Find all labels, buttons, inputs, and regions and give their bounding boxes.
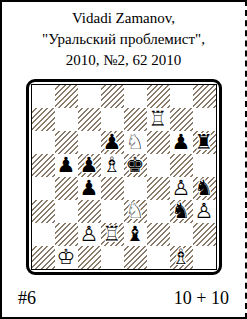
square-d8: [101, 85, 124, 108]
square-f7: ♜♖: [147, 108, 170, 131]
stipulation-label: #6: [18, 288, 36, 309]
black-bishop: ♝: [124, 223, 147, 246]
square-e7: [124, 108, 147, 131]
problem-header: Vidadi Zamanov, "Уральский проблемист", …: [42, 8, 205, 71]
square-e2: ♝: [124, 223, 147, 246]
white-pawn: ♟♙: [170, 177, 193, 200]
board-frame: ♜♖♟♞♘♟♜♟♟♝♗♚♟♟♙♞♞♘♞♟♙♟♙♜♖♝♚♔♝♗: [26, 79, 222, 275]
square-c8: [78, 85, 101, 108]
white-king: ♚♔: [55, 246, 78, 269]
square-g6: ♟: [170, 131, 193, 154]
white-pawn: ♟♙: [193, 200, 216, 223]
square-h7: [193, 108, 216, 131]
square-b1: ♚♔: [55, 246, 78, 269]
black-king: ♚: [124, 154, 147, 177]
square-h3: ♟♙: [193, 200, 216, 223]
square-e4: [124, 177, 147, 200]
author-line: Vidadi Zamanov,: [42, 8, 205, 29]
square-d7: [101, 108, 124, 131]
square-b5: ♟: [55, 154, 78, 177]
white-bishop: ♝♗: [101, 154, 124, 177]
square-h4: ♞: [193, 177, 216, 200]
square-a7: [32, 108, 55, 131]
square-b8: [55, 85, 78, 108]
black-knight: ♞: [193, 177, 216, 200]
square-c3: [78, 200, 101, 223]
square-e6: ♞♘: [124, 131, 147, 154]
square-a4: [32, 177, 55, 200]
problem-card: Vidadi Zamanov, "Уральский проблемист", …: [0, 0, 247, 319]
problem-footer: #6 10 + 10: [2, 288, 245, 317]
white-bishop: ♝♗: [170, 246, 193, 269]
square-a1: [32, 246, 55, 269]
square-g7: [170, 108, 193, 131]
square-b2: [55, 223, 78, 246]
square-d1: [101, 246, 124, 269]
square-c7: [78, 108, 101, 131]
white-rook: ♜♖: [147, 108, 170, 131]
square-f6: [147, 131, 170, 154]
square-d4: [101, 177, 124, 200]
square-g1: ♝♗: [170, 246, 193, 269]
board-inner-border: ♜♖♟♞♘♟♜♟♟♝♗♚♟♟♙♞♞♘♞♟♙♟♙♜♖♝♚♔♝♗: [31, 84, 217, 270]
square-g2: [170, 223, 193, 246]
square-f5: [147, 154, 170, 177]
white-knight: ♞♘: [124, 200, 147, 223]
square-h2: [193, 223, 216, 246]
square-h8: [193, 85, 216, 108]
black-pawn: ♟: [78, 177, 101, 200]
square-h6: ♜: [193, 131, 216, 154]
square-f4: [147, 177, 170, 200]
white-rook: ♜♖: [101, 223, 124, 246]
white-pawn: ♟♙: [78, 223, 101, 246]
square-c5: ♟: [78, 154, 101, 177]
square-a2: [32, 223, 55, 246]
square-c2: ♟♙: [78, 223, 101, 246]
black-pawn: ♟: [101, 131, 124, 154]
square-a6: [32, 131, 55, 154]
square-b3: [55, 200, 78, 223]
square-d2: ♜♖: [101, 223, 124, 246]
square-d3: [101, 200, 124, 223]
source-line: "Уральский проблемист",: [42, 29, 205, 50]
material-count-label: 10 + 10: [174, 288, 229, 309]
square-a8: [32, 85, 55, 108]
square-d6: ♟: [101, 131, 124, 154]
black-pawn: ♟: [170, 131, 193, 154]
square-b6: [55, 131, 78, 154]
square-c4: ♟: [78, 177, 101, 200]
square-h5: [193, 154, 216, 177]
square-e3: ♞♘: [124, 200, 147, 223]
square-g4: ♟♙: [170, 177, 193, 200]
square-h1: [193, 246, 216, 269]
white-knight: ♞♘: [124, 131, 147, 154]
square-f1: [147, 246, 170, 269]
black-pawn: ♟: [78, 154, 101, 177]
square-e1: [124, 246, 147, 269]
board: ♜♖♟♞♘♟♜♟♟♝♗♚♟♟♙♞♞♘♞♟♙♟♙♜♖♝♚♔♝♗: [32, 85, 216, 269]
black-pawn: ♟: [55, 154, 78, 177]
square-f3: [147, 200, 170, 223]
black-knight: ♞: [170, 200, 193, 223]
square-f8: [147, 85, 170, 108]
square-c6: [78, 131, 101, 154]
square-d5: ♝♗: [101, 154, 124, 177]
square-c1: [78, 246, 101, 269]
square-f2: [147, 223, 170, 246]
square-g3: ♞: [170, 200, 193, 223]
square-b4: [55, 177, 78, 200]
square-g8: [170, 85, 193, 108]
publication-line: 2010, №2, 62 2010: [42, 50, 205, 71]
square-a3: [32, 200, 55, 223]
square-a5: [32, 154, 55, 177]
square-g5: [170, 154, 193, 177]
square-e5: ♚: [124, 154, 147, 177]
black-rook: ♜: [193, 131, 216, 154]
square-b7: [55, 108, 78, 131]
square-e8: [124, 85, 147, 108]
